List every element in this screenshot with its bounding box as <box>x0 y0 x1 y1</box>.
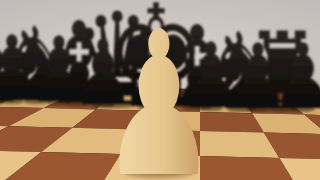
black-pawn-piece[interactable]: ♟ <box>272 24 320 129</box>
chess-scene: ♞♝♛♚♝♞♜♟♟♟♟♟♟♟♟♟ <box>0 0 320 180</box>
chess-photo-canvas: ♞♝♛♚♝♞♜♟♟♟♟♟♟♟♟♟ <box>0 0 320 180</box>
white-pawn-piece[interactable]: ♟ <box>100 0 218 180</box>
